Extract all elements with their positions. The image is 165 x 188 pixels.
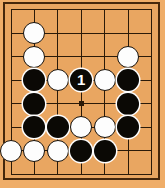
white-stone: [23, 140, 45, 162]
go-board[interactable]: 1: [3, 2, 160, 180]
white-stone: [117, 46, 139, 68]
black-stone: [94, 140, 116, 162]
go-diagram-frame: 1: [0, 0, 165, 188]
white-stone: [0, 140, 22, 162]
star-point: [79, 101, 84, 106]
black-stone: [23, 69, 45, 91]
black-stone: [23, 93, 45, 115]
black-stone-move-1: 1: [70, 69, 92, 91]
white-stone: [23, 46, 45, 68]
move-number-label: 1: [77, 69, 85, 91]
black-stone: [23, 116, 45, 138]
black-stone: [70, 140, 92, 162]
white-stone: [70, 116, 92, 138]
black-stone: [47, 116, 69, 138]
black-stone: [117, 69, 139, 91]
grid-line-horizontal: [11, 174, 152, 175]
white-stone: [94, 116, 116, 138]
black-stone: [117, 116, 139, 138]
grid-line-horizontal: [11, 9, 152, 10]
white-stone: [94, 69, 116, 91]
white-stone: [47, 69, 69, 91]
white-stone: [47, 140, 69, 162]
black-stone: [117, 93, 139, 115]
white-stone: [23, 22, 45, 44]
